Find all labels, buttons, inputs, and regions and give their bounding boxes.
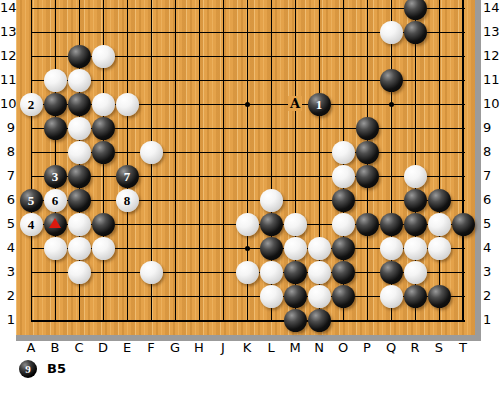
- column-label-E: E: [115, 341, 139, 355]
- grid-line-vertical: [462, 0, 464, 322]
- column-label-S: S: [427, 341, 451, 355]
- stone-R7[interactable]: [404, 165, 427, 188]
- column-label-J: J: [211, 341, 235, 355]
- row-label-left: 2: [0, 289, 15, 303]
- stone-M2[interactable]: [284, 285, 307, 308]
- stone-S6[interactable]: [428, 189, 451, 212]
- stone-P8[interactable]: [356, 141, 379, 164]
- grid-line-vertical: [199, 0, 200, 322]
- stone-B6[interactable]: 6: [44, 189, 67, 212]
- column-label-A: A: [19, 341, 43, 355]
- stone-S4[interactable]: [428, 237, 451, 260]
- stone-K5[interactable]: [236, 213, 259, 236]
- grid-line-horizontal: [31, 320, 465, 322]
- stone-A6[interactable]: 5: [20, 189, 43, 212]
- row-label-right: 10: [483, 97, 498, 111]
- column-label-O: O: [331, 341, 355, 355]
- triangle-marker: [49, 218, 61, 228]
- stone-A5[interactable]: 4: [20, 213, 43, 236]
- stone-D12[interactable]: [92, 45, 115, 68]
- stone-C9[interactable]: [68, 117, 91, 140]
- hoshi-point: [245, 246, 250, 251]
- stone-C12[interactable]: [68, 45, 91, 68]
- row-label-right: 6: [483, 193, 498, 207]
- stone-R4[interactable]: [404, 237, 427, 260]
- stone-N2[interactable]: [308, 285, 331, 308]
- stone-O5[interactable]: [332, 213, 355, 236]
- column-label-P: P: [355, 341, 379, 355]
- stone-F3[interactable]: [140, 261, 163, 284]
- row-label-left: 3: [0, 265, 15, 279]
- row-label-left: 9: [0, 121, 15, 135]
- grid-line-horizontal: [31, 200, 465, 201]
- stone-R13[interactable]: [404, 21, 427, 44]
- stone-N3[interactable]: [308, 261, 331, 284]
- stone-L3[interactable]: [260, 261, 283, 284]
- row-label-left: 12: [0, 49, 15, 63]
- stone-L2[interactable]: [260, 285, 283, 308]
- stone-P7[interactable]: [356, 165, 379, 188]
- column-label-G: G: [163, 341, 187, 355]
- stone-O3[interactable]: [332, 261, 355, 284]
- stone-C11[interactable]: [68, 69, 91, 92]
- column-label-Q: Q: [379, 341, 403, 355]
- stone-C8[interactable]: [68, 141, 91, 164]
- row-label-right: 12: [483, 49, 498, 63]
- stone-N1[interactable]: [308, 309, 331, 332]
- row-label-right: 5: [483, 217, 498, 231]
- stone-D9[interactable]: [92, 117, 115, 140]
- stone-M5[interactable]: [284, 213, 307, 236]
- grid-line-vertical: [223, 0, 224, 322]
- stone-D10[interactable]: [92, 93, 115, 116]
- stone-B5[interactable]: [44, 213, 67, 236]
- stone-O6[interactable]: [332, 189, 355, 212]
- column-label-R: R: [403, 341, 427, 355]
- row-label-right: 4: [483, 241, 498, 255]
- stone-L6[interactable]: [260, 189, 283, 212]
- stone-C6[interactable]: [68, 189, 91, 212]
- go-diagram: 21375684A 112233445566778899101011111212…: [0, 0, 500, 393]
- stone-S5[interactable]: [428, 213, 451, 236]
- grid-line-vertical: [55, 0, 56, 322]
- stone-E10[interactable]: [116, 93, 139, 116]
- stone-R3[interactable]: [404, 261, 427, 284]
- stone-Q3[interactable]: [380, 261, 403, 284]
- stone-Q5[interactable]: [380, 213, 403, 236]
- row-label-left: 5: [0, 217, 15, 231]
- stone-M1[interactable]: [284, 309, 307, 332]
- board-edge-shadow-right: [475, 0, 481, 341]
- row-label-right: 2: [483, 289, 498, 303]
- column-label-K: K: [235, 341, 259, 355]
- stone-R6[interactable]: [404, 189, 427, 212]
- stone-P9[interactable]: [356, 117, 379, 140]
- stone-M3[interactable]: [284, 261, 307, 284]
- stone-K3[interactable]: [236, 261, 259, 284]
- hoshi-point: [389, 102, 394, 107]
- column-label-H: H: [187, 341, 211, 355]
- stone-C7[interactable]: [68, 165, 91, 188]
- stone-M4[interactable]: [284, 237, 307, 260]
- row-label-right: 11: [483, 73, 498, 87]
- row-label-left: 13: [0, 25, 15, 39]
- stone-S2[interactable]: [428, 285, 451, 308]
- row-label-right: 8: [483, 145, 498, 159]
- row-label-right: 7: [483, 169, 498, 183]
- stone-C4[interactable]: [68, 237, 91, 260]
- board-label-A: A: [288, 96, 302, 111]
- hoshi-point: [245, 102, 250, 107]
- stone-A10[interactable]: 2: [20, 93, 43, 116]
- grid-line-vertical: [439, 0, 440, 322]
- stone-O8[interactable]: [332, 141, 355, 164]
- row-label-left: 10: [0, 97, 15, 111]
- row-label-right: 14: [483, 1, 498, 15]
- stone-C3[interactable]: [68, 261, 91, 284]
- stone-R2[interactable]: [404, 285, 427, 308]
- stone-R5[interactable]: [404, 213, 427, 236]
- column-label-B: B: [43, 341, 67, 355]
- grid-line-vertical: [31, 0, 32, 322]
- grid-line-horizontal: [31, 8, 465, 9]
- row-label-right: 9: [483, 121, 498, 135]
- row-label-left: 1: [0, 313, 15, 327]
- column-label-F: F: [139, 341, 163, 355]
- grid-line-vertical: [175, 0, 176, 322]
- stone-O7[interactable]: [332, 165, 355, 188]
- stone-Q4[interactable]: [380, 237, 403, 260]
- stone-P5[interactable]: [356, 213, 379, 236]
- stone-T5[interactable]: [452, 213, 475, 236]
- stone-O2[interactable]: [332, 285, 355, 308]
- stone-N10[interactable]: 1: [308, 93, 331, 116]
- row-label-right: 3: [483, 265, 498, 279]
- stone-E6[interactable]: 8: [116, 189, 139, 212]
- row-label-left: 11: [0, 73, 15, 87]
- stone-Q2[interactable]: [380, 285, 403, 308]
- stone-R14[interactable]: [404, 0, 427, 20]
- column-label-L: L: [259, 341, 283, 355]
- stone-O4[interactable]: [332, 237, 355, 260]
- stone-L4[interactable]: [260, 237, 283, 260]
- caption-move-text: B5: [47, 361, 66, 376]
- row-label-left: 8: [0, 145, 15, 159]
- stone-B11[interactable]: [44, 69, 67, 92]
- stone-B10[interactable]: [44, 93, 67, 116]
- row-label-right: 13: [483, 25, 498, 39]
- stone-B9[interactable]: [44, 117, 67, 140]
- column-label-N: N: [307, 341, 331, 355]
- column-label-C: C: [67, 341, 91, 355]
- caption-stone: 9: [19, 360, 37, 378]
- stone-B7[interactable]: 3: [44, 165, 67, 188]
- column-label-D: D: [91, 341, 115, 355]
- stone-D5[interactable]: [92, 213, 115, 236]
- stone-L5[interactable]: [260, 213, 283, 236]
- column-label-T: T: [451, 341, 475, 355]
- stone-E7[interactable]: 7: [116, 165, 139, 188]
- stone-D8[interactable]: [92, 141, 115, 164]
- stone-F8[interactable]: [140, 141, 163, 164]
- stone-C5[interactable]: [68, 213, 91, 236]
- row-label-left: 6: [0, 193, 15, 207]
- stone-N4[interactable]: [308, 237, 331, 260]
- column-label-M: M: [283, 341, 307, 355]
- row-label-left: 7: [0, 169, 15, 183]
- row-label-right: 1: [483, 313, 498, 327]
- grid-line-horizontal: [31, 176, 465, 177]
- stone-C10[interactable]: [68, 93, 91, 116]
- stone-D4[interactable]: [92, 237, 115, 260]
- stone-Q11[interactable]: [380, 69, 403, 92]
- stone-B4[interactable]: [44, 237, 67, 260]
- stone-Q13[interactable]: [380, 21, 403, 44]
- grid-line-vertical: [127, 0, 128, 322]
- row-label-left: 14: [0, 1, 15, 15]
- row-label-left: 4: [0, 241, 15, 255]
